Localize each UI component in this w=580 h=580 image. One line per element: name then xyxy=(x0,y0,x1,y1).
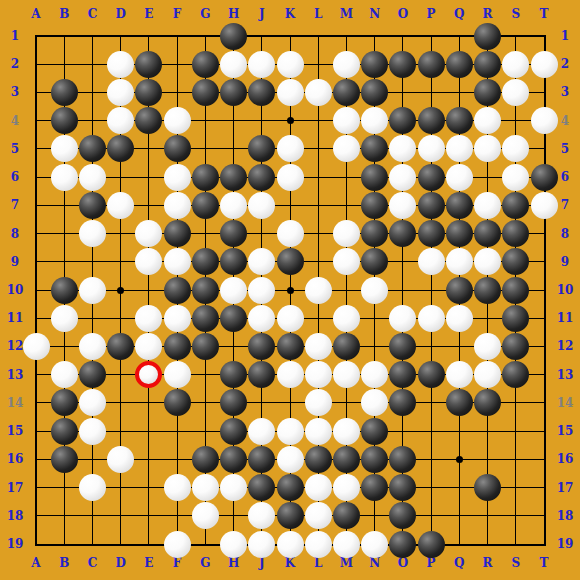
row-label-right: 3 xyxy=(561,86,569,98)
stone-white xyxy=(79,474,106,501)
stone-black xyxy=(79,361,106,388)
column-label-top: O xyxy=(398,8,408,20)
stone-white xyxy=(305,474,332,501)
stone-white xyxy=(107,446,134,473)
stone-white xyxy=(333,220,360,247)
stone-black xyxy=(220,23,247,50)
stone-black xyxy=(51,389,78,416)
stone-white xyxy=(446,305,473,332)
stone-white xyxy=(502,51,529,78)
stone-black xyxy=(361,220,388,247)
stone-black xyxy=(361,51,388,78)
column-label-top: L xyxy=(314,8,322,20)
stone-white xyxy=(446,164,473,191)
stone-white xyxy=(248,531,275,558)
stone-white xyxy=(502,79,529,106)
row-label-left: 11 xyxy=(7,312,24,324)
row-label-right: 10 xyxy=(557,284,574,296)
stone-black xyxy=(333,446,360,473)
row-label-right: 4 xyxy=(561,115,569,127)
hoshi-dot xyxy=(117,287,124,294)
column-label-bottom: B xyxy=(59,557,69,569)
stone-white xyxy=(79,164,106,191)
stone-black xyxy=(333,79,360,106)
stone-black xyxy=(277,474,304,501)
stone-black xyxy=(220,220,247,247)
column-label-top: M xyxy=(340,8,353,20)
stone-white xyxy=(305,418,332,445)
stone-black xyxy=(135,51,162,78)
hoshi-dot xyxy=(456,456,463,463)
column-label-top: R xyxy=(483,8,493,20)
stone-white xyxy=(333,51,360,78)
column-label-top: E xyxy=(144,8,153,20)
row-label-left: 14 xyxy=(7,397,24,409)
column-label-bottom: M xyxy=(340,557,353,569)
row-label-right: 14 xyxy=(557,397,574,409)
stone-white xyxy=(164,531,191,558)
stone-black xyxy=(446,192,473,219)
row-label-right: 2 xyxy=(561,58,569,70)
column-label-top: S xyxy=(511,8,520,20)
stone-white xyxy=(192,502,219,529)
row-label-left: 5 xyxy=(11,143,19,155)
stone-white xyxy=(305,531,332,558)
row-label-right: 8 xyxy=(561,228,569,240)
stone-white xyxy=(418,305,445,332)
stone-white xyxy=(277,361,304,388)
row-label-right: 9 xyxy=(561,256,569,268)
stone-white xyxy=(164,248,191,275)
stone-black xyxy=(192,192,219,219)
stone-white xyxy=(51,305,78,332)
stone-black xyxy=(192,248,219,275)
stone-black xyxy=(51,107,78,134)
column-label-top: Q xyxy=(454,8,464,20)
stone-white xyxy=(248,192,275,219)
row-label-right: 19 xyxy=(557,538,574,550)
stone-white xyxy=(51,164,78,191)
stone-black xyxy=(192,305,219,332)
stone-black xyxy=(361,192,388,219)
stone-black xyxy=(220,79,247,106)
stone-white xyxy=(389,164,416,191)
stone-white xyxy=(79,418,106,445)
column-label-top: T xyxy=(540,8,549,20)
column-label-top: K xyxy=(285,8,295,20)
row-label-left: 16 xyxy=(7,453,24,465)
row-label-right: 12 xyxy=(557,340,574,352)
stone-white xyxy=(220,192,247,219)
column-label-top: F xyxy=(173,8,182,20)
row-label-left: 12 xyxy=(7,340,24,352)
stone-white xyxy=(51,135,78,162)
stone-black xyxy=(164,333,191,360)
stone-white xyxy=(164,361,191,388)
stone-black xyxy=(361,446,388,473)
stone-black xyxy=(164,389,191,416)
stone-black xyxy=(248,164,275,191)
stone-white xyxy=(474,192,501,219)
stone-white xyxy=(164,164,191,191)
hoshi-dot xyxy=(287,117,294,124)
column-label-bottom: K xyxy=(285,557,295,569)
stone-white xyxy=(361,277,388,304)
stone-white xyxy=(333,305,360,332)
stone-black xyxy=(389,531,416,558)
stone-black xyxy=(389,51,416,78)
stone-white xyxy=(333,107,360,134)
row-label-right: 5 xyxy=(561,143,569,155)
stone-white xyxy=(305,277,332,304)
row-label-left: 2 xyxy=(11,58,19,70)
stone-black xyxy=(248,79,275,106)
stone-black xyxy=(502,277,529,304)
stone-black xyxy=(418,107,445,134)
stone-black xyxy=(418,164,445,191)
column-label-top: D xyxy=(115,8,125,20)
stone-black xyxy=(277,248,304,275)
stone-black xyxy=(502,333,529,360)
column-label-bottom: A xyxy=(31,557,40,569)
row-label-left: 18 xyxy=(7,510,24,522)
stone-black xyxy=(51,418,78,445)
stone-black xyxy=(192,79,219,106)
row-label-right: 17 xyxy=(557,482,574,494)
row-label-left: 4 xyxy=(11,115,19,127)
stone-white xyxy=(79,333,106,360)
stone-white xyxy=(107,51,134,78)
row-label-right: 15 xyxy=(557,425,574,437)
stone-black xyxy=(418,220,445,247)
stone-white xyxy=(446,361,473,388)
stone-black xyxy=(418,192,445,219)
stone-white xyxy=(531,107,558,134)
stone-white xyxy=(51,361,78,388)
column-label-bottom: Q xyxy=(454,557,464,569)
stone-black xyxy=(474,23,501,50)
row-label-left: 15 xyxy=(7,425,24,437)
stone-black xyxy=(220,305,247,332)
row-label-left: 9 xyxy=(11,256,19,268)
stone-white xyxy=(277,51,304,78)
stone-white xyxy=(220,51,247,78)
stone-black xyxy=(446,277,473,304)
row-label-right: 6 xyxy=(561,171,569,183)
stone-white xyxy=(220,474,247,501)
stone-black xyxy=(79,192,106,219)
stone-black xyxy=(474,79,501,106)
stone-black xyxy=(474,277,501,304)
stone-black xyxy=(418,361,445,388)
stone-white xyxy=(164,192,191,219)
column-label-bottom: J xyxy=(259,557,265,569)
stone-white xyxy=(361,531,388,558)
row-label-left: 6 xyxy=(11,171,19,183)
row-label-left: 1 xyxy=(11,30,19,42)
row-label-right: 13 xyxy=(557,369,574,381)
stone-white xyxy=(446,248,473,275)
column-label-top: B xyxy=(59,8,69,20)
stone-black xyxy=(446,51,473,78)
stone-white xyxy=(107,192,134,219)
stone-white xyxy=(531,192,558,219)
stone-black xyxy=(531,164,558,191)
stone-black xyxy=(192,333,219,360)
column-label-top: P xyxy=(427,8,436,20)
stone-white xyxy=(333,248,360,275)
stone-white xyxy=(277,79,304,106)
stone-white xyxy=(23,333,50,360)
row-label-right: 18 xyxy=(557,510,574,522)
stone-black xyxy=(220,361,247,388)
stone-black xyxy=(361,418,388,445)
stone-white xyxy=(389,305,416,332)
stone-black xyxy=(446,389,473,416)
stone-white xyxy=(418,248,445,275)
stone-black xyxy=(51,277,78,304)
stone-white xyxy=(277,135,304,162)
stone-black xyxy=(474,220,501,247)
stone-white xyxy=(277,164,304,191)
column-label-bottom: D xyxy=(115,557,125,569)
stone-white xyxy=(305,389,332,416)
column-label-bottom: H xyxy=(228,557,239,569)
stone-white xyxy=(277,531,304,558)
row-label-right: 1 xyxy=(561,30,569,42)
column-label-bottom: R xyxy=(483,557,493,569)
stone-white xyxy=(248,305,275,332)
stone-white xyxy=(305,361,332,388)
column-label-bottom: S xyxy=(511,557,520,569)
stone-black xyxy=(446,107,473,134)
column-label-bottom: F xyxy=(173,557,182,569)
stone-black xyxy=(333,502,360,529)
column-label-top: C xyxy=(88,8,98,20)
stone-white xyxy=(418,135,445,162)
stone-black xyxy=(361,164,388,191)
stone-black xyxy=(220,418,247,445)
stone-white xyxy=(333,418,360,445)
row-label-left: 3 xyxy=(11,86,19,98)
stone-white xyxy=(192,474,219,501)
column-label-bottom: L xyxy=(314,557,322,569)
column-label-top: H xyxy=(228,8,239,20)
row-label-left: 13 xyxy=(7,369,24,381)
stone-black xyxy=(389,446,416,473)
stone-white xyxy=(502,164,529,191)
stone-black xyxy=(192,51,219,78)
stone-black xyxy=(248,446,275,473)
stone-white xyxy=(474,107,501,134)
column-label-bottom: C xyxy=(88,557,98,569)
stone-black xyxy=(277,502,304,529)
stone-black xyxy=(474,51,501,78)
stone-black xyxy=(502,305,529,332)
stone-black xyxy=(164,135,191,162)
stone-white xyxy=(277,418,304,445)
stone-white xyxy=(135,305,162,332)
stone-black xyxy=(192,446,219,473)
stone-black xyxy=(418,51,445,78)
stone-white xyxy=(220,277,247,304)
stone-white xyxy=(305,502,332,529)
stone-white xyxy=(277,305,304,332)
stone-white xyxy=(164,305,191,332)
stone-black xyxy=(277,333,304,360)
stone-white xyxy=(474,333,501,360)
column-label-bottom: G xyxy=(200,557,210,569)
stone-black xyxy=(220,164,247,191)
stone-black xyxy=(164,277,191,304)
stone-white xyxy=(333,531,360,558)
row-label-right: 16 xyxy=(557,453,574,465)
stone-white xyxy=(220,531,247,558)
stone-white xyxy=(277,220,304,247)
row-label-right: 11 xyxy=(557,312,574,324)
column-label-top: N xyxy=(369,8,380,20)
stone-black xyxy=(446,220,473,247)
stone-white xyxy=(248,277,275,304)
row-label-left: 19 xyxy=(7,538,24,550)
stone-white xyxy=(305,79,332,106)
stone-black xyxy=(361,79,388,106)
stone-black xyxy=(51,79,78,106)
stone-white xyxy=(305,333,332,360)
stone-black xyxy=(333,333,360,360)
stone-black xyxy=(474,474,501,501)
stone-black xyxy=(418,531,445,558)
stone-black xyxy=(248,333,275,360)
stone-black xyxy=(305,446,332,473)
column-label-bottom: O xyxy=(398,557,408,569)
stone-white xyxy=(446,135,473,162)
stone-white xyxy=(277,446,304,473)
stone-black xyxy=(164,220,191,247)
column-label-top: J xyxy=(259,8,265,20)
hoshi-dot xyxy=(287,287,294,294)
stone-white xyxy=(79,277,106,304)
stone-black xyxy=(220,446,247,473)
stone-black xyxy=(502,192,529,219)
stone-white xyxy=(531,51,558,78)
stone-black xyxy=(192,164,219,191)
row-label-left: 7 xyxy=(11,199,19,211)
stone-white xyxy=(248,51,275,78)
column-label-bottom: P xyxy=(427,557,436,569)
column-label-top: G xyxy=(200,8,210,20)
stone-white xyxy=(333,361,360,388)
stone-white xyxy=(107,79,134,106)
row-label-right: 7 xyxy=(561,199,569,211)
row-label-left: 8 xyxy=(11,228,19,240)
row-label-left: 10 xyxy=(7,284,24,296)
stone-black xyxy=(192,277,219,304)
stone-black xyxy=(361,474,388,501)
row-label-left: 17 xyxy=(7,482,24,494)
stone-white xyxy=(389,192,416,219)
stone-black xyxy=(107,333,134,360)
stone-white xyxy=(248,418,275,445)
go-board-screenshot: AABBCCDDEEFFGGHHJJKKLLMMNNOOPPQQRRSSTT11… xyxy=(0,0,580,580)
stone-white xyxy=(474,361,501,388)
column-label-bottom: N xyxy=(369,557,380,569)
stone-black xyxy=(51,446,78,473)
column-label-bottom: E xyxy=(144,557,153,569)
stone-white xyxy=(164,474,191,501)
stone-white xyxy=(79,220,106,247)
column-label-top: A xyxy=(31,8,40,20)
stone-white xyxy=(164,107,191,134)
column-label-bottom: T xyxy=(540,557,549,569)
stone-white xyxy=(333,474,360,501)
